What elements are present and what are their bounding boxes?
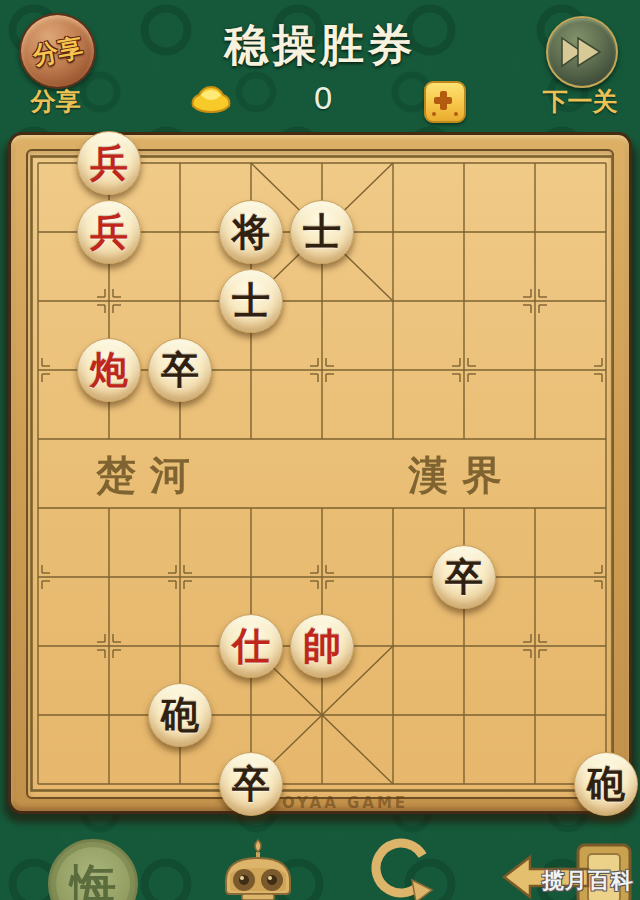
piece-character: 帥	[303, 627, 341, 665]
piece-character: 士	[232, 282, 270, 320]
piece-兵[interactable]: 兵	[77, 200, 141, 264]
robot-hint-button[interactable]	[216, 838, 300, 900]
restart-button[interactable]	[364, 838, 438, 900]
next-level-button[interactable]	[546, 16, 618, 88]
piece-炮[interactable]: 炮	[77, 338, 141, 402]
fast-forward-icon	[560, 36, 604, 68]
gold-ingot-icon	[190, 82, 232, 114]
piece-character: 卒	[445, 558, 483, 596]
piece-仕[interactable]: 仕	[219, 614, 283, 678]
piece-砲[interactable]: 砲	[574, 752, 638, 816]
share-label: 分享	[19, 85, 92, 118]
piece-character: 砲	[161, 696, 199, 734]
site-watermark: 揽月百科	[542, 866, 634, 896]
next-level-label: 下一关	[528, 85, 632, 118]
piece-帥[interactable]: 帥	[290, 614, 354, 678]
piece-character: 士	[303, 213, 341, 251]
piece-layer: 兵兵将士士炮卒卒仕帥砲卒砲	[3, 129, 640, 819]
add-coins-button[interactable]	[424, 81, 466, 123]
piece-character: 砲	[587, 765, 625, 803]
piece-士[interactable]: 士	[290, 200, 354, 264]
share-button-label: 分享	[30, 30, 85, 71]
piece-character: 卒	[232, 765, 270, 803]
undo-label: 悔	[70, 856, 116, 900]
page-title: 稳操胜券	[0, 16, 640, 75]
piece-character: 卒	[161, 351, 199, 389]
restart-icon	[367, 838, 435, 900]
piece-character: 炮	[90, 351, 128, 389]
piece-character: 兵	[90, 144, 128, 182]
piece-砲[interactable]: 砲	[148, 683, 212, 747]
piece-卒[interactable]: 卒	[148, 338, 212, 402]
piece-士[interactable]: 士	[219, 269, 283, 333]
piece-character: 将	[232, 213, 270, 251]
piece-将[interactable]: 将	[219, 200, 283, 264]
coin-count: 0	[295, 80, 351, 116]
undo-button[interactable]: 悔	[48, 839, 138, 900]
piece-character: 仕	[232, 627, 270, 665]
piece-character: 兵	[90, 213, 128, 251]
piece-卒[interactable]: 卒	[432, 545, 496, 609]
piece-兵[interactable]: 兵	[77, 131, 141, 195]
share-button[interactable]: 分享	[19, 13, 96, 89]
robot-icon	[226, 840, 290, 900]
piece-卒[interactable]: 卒	[219, 752, 283, 816]
